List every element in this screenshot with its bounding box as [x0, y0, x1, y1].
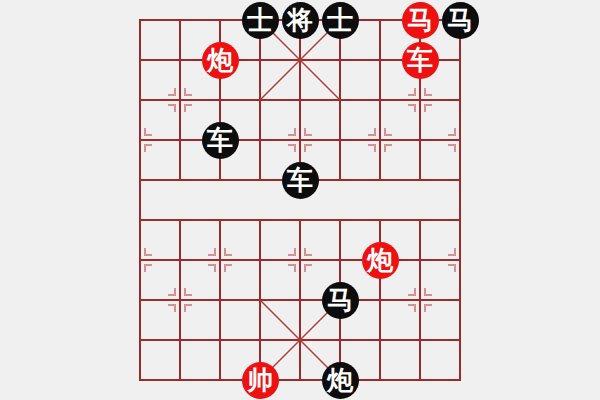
black-horse-glyph: 马: [322, 282, 359, 319]
black-cannon-glyph: 炮: [322, 362, 359, 399]
piece-black-horse[interactable]: 马: [440, 0, 480, 40]
piece-black-general[interactable]: 将: [280, 0, 320, 40]
piece-black-advisor[interactable]: 士: [320, 0, 360, 40]
piece-red-cannon[interactable]: 炮: [200, 40, 240, 80]
black-advisor-glyph: 士: [242, 2, 279, 39]
black-general-glyph: 将: [282, 2, 319, 39]
piece-red-cannon[interactable]: 炮: [360, 240, 400, 280]
piece-black-chariot[interactable]: 车: [280, 160, 320, 200]
xiangqi-board: 士将士马马炮车车车炮马帅炮: [120, 0, 480, 400]
piece-red-king[interactable]: 帅: [240, 360, 280, 400]
red-cannon-glyph: 炮: [362, 242, 399, 279]
piece-black-advisor[interactable]: 士: [240, 0, 280, 40]
red-cannon-glyph: 炮: [202, 42, 239, 79]
xiangqi-board-screen: 士将士马马炮车车车炮马帅炮: [0, 0, 600, 400]
piece-red-horse[interactable]: 马: [400, 0, 440, 40]
piece-black-cannon[interactable]: 炮: [320, 360, 360, 400]
red-chariot-glyph: 车: [402, 42, 439, 79]
black-chariot-glyph: 车: [202, 122, 239, 159]
piece-black-chariot[interactable]: 车: [200, 120, 240, 160]
piece-black-horse[interactable]: 马: [320, 280, 360, 320]
black-advisor-glyph: 士: [322, 2, 359, 39]
red-king-glyph: 帅: [242, 362, 279, 399]
piece-red-chariot[interactable]: 车: [400, 40, 440, 80]
black-chariot-glyph: 车: [282, 162, 319, 199]
red-horse-glyph: 马: [402, 2, 439, 39]
black-horse-glyph: 马: [442, 2, 479, 39]
